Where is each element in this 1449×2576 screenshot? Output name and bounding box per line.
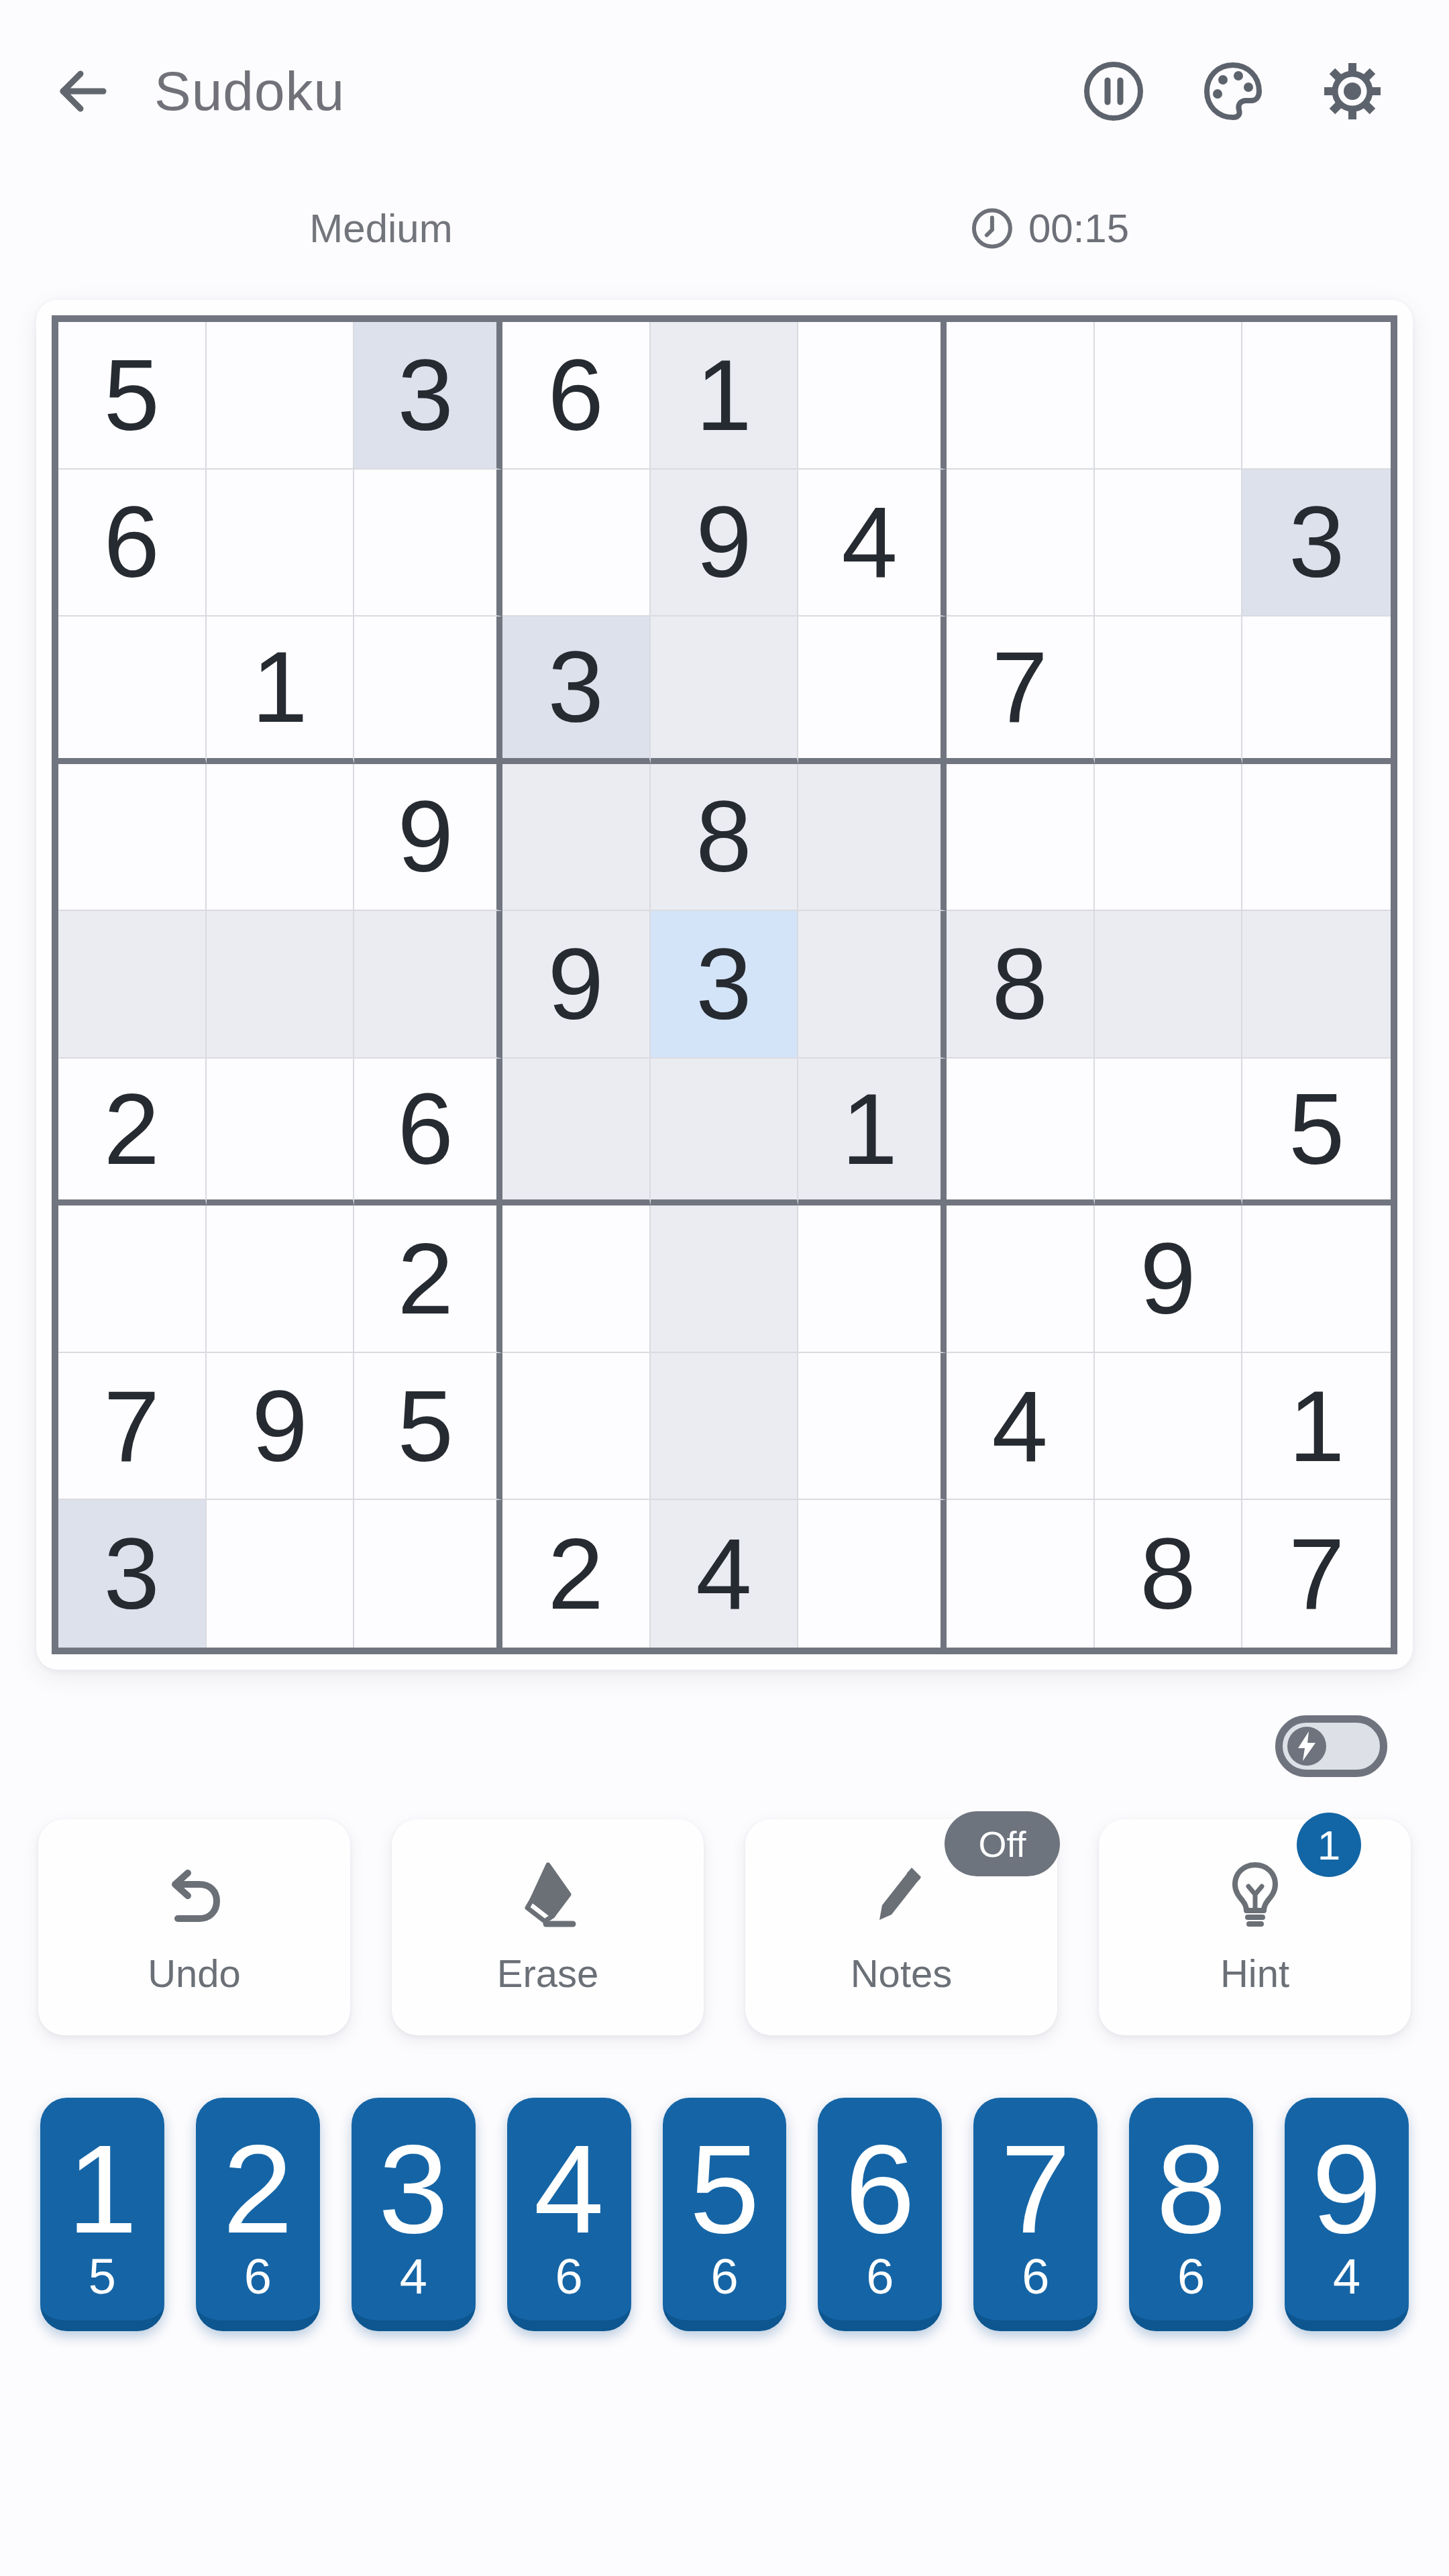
cell-r8c5[interactable]: [651, 1353, 799, 1501]
pencil-icon: [865, 1860, 938, 1933]
cell-r6c8[interactable]: [1095, 1059, 1243, 1206]
gear-icon: [1320, 59, 1385, 123]
cell-r1c5[interactable]: 1: [651, 322, 799, 470]
numpad-key-1[interactable]: 15: [40, 2098, 164, 2331]
difficulty-label: Medium: [309, 205, 452, 252]
numpad-remaining-count: 6: [1022, 2252, 1049, 2302]
lightning-icon: [1295, 1731, 1318, 1761]
cell-r4c1[interactable]: [58, 764, 207, 912]
cell-r7c3[interactable]: 2: [354, 1205, 502, 1353]
clock-icon: [971, 207, 1014, 250]
cell-r3c3[interactable]: [354, 616, 502, 764]
cell-r5c8[interactable]: [1095, 911, 1243, 1059]
cell-r1c8[interactable]: [1095, 322, 1243, 470]
cell-r2c3[interactable]: [354, 470, 502, 617]
cell-r9c3[interactable]: [354, 1500, 502, 1648]
numpad-digit: 9: [1311, 2126, 1382, 2252]
numpad-digit: 2: [223, 2126, 293, 2252]
cell-r8c1[interactable]: 7: [58, 1353, 207, 1501]
numpad-digit: 5: [690, 2126, 760, 2252]
cell-r3c4[interactable]: 3: [502, 616, 651, 764]
cell-r6c1[interactable]: 2: [58, 1059, 207, 1206]
timer-value: 00:15: [1028, 205, 1129, 252]
cell-r4c3[interactable]: 9: [354, 764, 502, 912]
cell-r5c4[interactable]: 9: [502, 911, 651, 1059]
back-arrow-icon: [52, 61, 113, 121]
hint-label: Hint: [1220, 1951, 1289, 1996]
numpad-remaining-count: 6: [1177, 2252, 1205, 2302]
cell-r1c1[interactable]: 5: [58, 322, 207, 470]
back-button[interactable]: [52, 61, 113, 121]
header: Sudoku: [0, 0, 1449, 127]
erase-label: Erase: [497, 1951, 599, 1996]
cell-r9c2[interactable]: [207, 1500, 355, 1648]
cell-r1c6[interactable]: [798, 322, 947, 470]
numpad-remaining-count: 4: [400, 2252, 427, 2302]
sudoku-grid: 53616943137989382615297954132487: [52, 315, 1397, 1654]
numpad: 152634465666768694: [40, 2098, 1409, 2331]
cell-r8c2[interactable]: 9: [207, 1353, 355, 1501]
cell-r1c7[interactable]: [947, 322, 1095, 470]
cell-r9c9[interactable]: 7: [1242, 1500, 1391, 1648]
numpad-digit: 6: [845, 2126, 916, 2252]
cell-r9c5[interactable]: 4: [651, 1500, 799, 1648]
numpad-key-5[interactable]: 56: [663, 2098, 787, 2331]
numpad-key-3[interactable]: 34: [352, 2098, 476, 2331]
cell-r1c4[interactable]: 6: [502, 322, 651, 470]
cell-r8c6[interactable]: [798, 1353, 947, 1501]
cell-r3c9[interactable]: [1242, 616, 1391, 764]
cell-r2c6[interactable]: 4: [798, 470, 947, 617]
cell-r8c9[interactable]: 1: [1242, 1353, 1391, 1501]
cell-r8c8[interactable]: [1095, 1353, 1243, 1501]
notes-button[interactable]: Off Notes: [745, 1819, 1057, 2035]
status-row: Medium 00:15: [0, 188, 1449, 268]
cell-r5c7[interactable]: 8: [947, 911, 1095, 1059]
cell-r1c3[interactable]: 3: [354, 322, 502, 470]
cell-r5c1[interactable]: [58, 911, 207, 1059]
cell-r7c1[interactable]: [58, 1205, 207, 1353]
cell-r4c5[interactable]: 8: [651, 764, 799, 912]
cell-r3c2[interactable]: 1: [207, 616, 355, 764]
cell-r1c2[interactable]: [207, 322, 355, 470]
numpad-key-6[interactable]: 66: [818, 2098, 942, 2331]
cell-r4c6[interactable]: [798, 764, 947, 912]
cell-r2c2[interactable]: [207, 470, 355, 617]
cell-r6c9[interactable]: 5: [1242, 1059, 1391, 1206]
cell-r6c6[interactable]: 1: [798, 1059, 947, 1206]
cell-r4c4[interactable]: [502, 764, 651, 912]
cell-r9c7[interactable]: [947, 1500, 1095, 1648]
numpad-key-9[interactable]: 94: [1285, 2098, 1409, 2331]
cell-r3c7[interactable]: 7: [947, 616, 1095, 764]
toggle-knob: [1287, 1727, 1326, 1766]
cell-r5c6[interactable]: [798, 911, 947, 1059]
numpad-digit: 7: [1001, 2126, 1071, 2252]
erase-button[interactable]: Erase: [392, 1819, 704, 2035]
cell-r4c2[interactable]: [207, 764, 355, 912]
cell-r4c9[interactable]: [1242, 764, 1391, 912]
undo-icon: [158, 1860, 231, 1933]
cell-r2c1[interactable]: 6: [58, 470, 207, 617]
cell-r3c8[interactable]: [1095, 616, 1243, 764]
cell-r8c4[interactable]: [502, 1353, 651, 1501]
cell-r3c6[interactable]: [798, 616, 947, 764]
notes-off-badge: Off: [945, 1811, 1060, 1876]
undo-button[interactable]: Undo: [38, 1819, 350, 2035]
theme-button[interactable]: [1201, 59, 1265, 123]
cell-r7c7[interactable]: [947, 1205, 1095, 1353]
numpad-digit: 8: [1156, 2126, 1226, 2252]
page-title: Sudoku: [154, 60, 345, 123]
hint-count-badge: 1: [1297, 1813, 1361, 1877]
cell-r8c3[interactable]: 5: [354, 1353, 502, 1501]
numpad-key-2[interactable]: 26: [196, 2098, 320, 2331]
numpad-key-8[interactable]: 86: [1129, 2098, 1253, 2331]
cell-r7c6[interactable]: [798, 1205, 947, 1353]
numpad-digit: 4: [534, 2126, 604, 2252]
cell-r9c6[interactable]: [798, 1500, 947, 1648]
cell-r6c5[interactable]: [651, 1059, 799, 1206]
cell-r6c4[interactable]: [502, 1059, 651, 1206]
cell-r7c9[interactable]: [1242, 1205, 1391, 1353]
numpad-remaining-count: 6: [710, 2252, 738, 2302]
sudoku-app: Sudoku: [0, 0, 1449, 2576]
numpad-key-7[interactable]: 76: [973, 2098, 1097, 2331]
lightbulb-icon: [1218, 1860, 1292, 1933]
cell-r5c5[interactable]: 3: [651, 911, 799, 1059]
fast-input-toggle[interactable]: [1275, 1715, 1387, 1777]
numpad-digit: 3: [378, 2126, 449, 2252]
cell-r2c8[interactable]: [1095, 470, 1243, 617]
eraser-icon: [511, 1860, 585, 1933]
cell-r2c5[interactable]: 9: [651, 470, 799, 617]
cell-r3c5[interactable]: [651, 616, 799, 764]
cell-r7c8[interactable]: 9: [1095, 1205, 1243, 1353]
cell-r2c9[interactable]: 3: [1242, 470, 1391, 617]
pause-icon: [1081, 59, 1146, 123]
cell-r9c4[interactable]: 2: [502, 1500, 651, 1648]
cell-r9c1[interactable]: 3: [58, 1500, 207, 1648]
cell-r4c7[interactable]: [947, 764, 1095, 912]
cell-r7c2[interactable]: [207, 1205, 355, 1353]
numpad-remaining-count: 6: [555, 2252, 583, 2302]
settings-button[interactable]: [1320, 59, 1385, 123]
numpad-remaining-count: 4: [1333, 2252, 1360, 2302]
pause-button[interactable]: [1081, 59, 1146, 123]
numpad-remaining-count: 5: [89, 2252, 116, 2302]
cell-r4c8[interactable]: [1095, 764, 1243, 912]
numpad-digit: 1: [67, 2126, 138, 2252]
cell-r2c4[interactable]: [502, 470, 651, 617]
cell-r2c7[interactable]: [947, 470, 1095, 617]
cell-r9c8[interactable]: 8: [1095, 1500, 1243, 1648]
timer: 00:15: [971, 205, 1129, 252]
toolbar: Undo Erase Off Notes: [38, 1819, 1411, 2035]
cell-r6c2[interactable]: [207, 1059, 355, 1206]
hint-button[interactable]: 1 Hint: [1099, 1819, 1411, 2035]
notes-label: Notes: [851, 1951, 953, 1996]
cell-r5c9[interactable]: [1242, 911, 1391, 1059]
cell-r7c4[interactable]: [502, 1205, 651, 1353]
cell-r7c5[interactable]: [651, 1205, 799, 1353]
cell-r3c1[interactable]: [58, 616, 207, 764]
undo-label: Undo: [148, 1951, 241, 1996]
cell-r5c2[interactable]: [207, 911, 355, 1059]
cell-r8c7[interactable]: 4: [947, 1353, 1095, 1501]
numpad-remaining-count: 6: [866, 2252, 894, 2302]
palette-icon: [1201, 59, 1265, 123]
cell-r6c7[interactable]: [947, 1059, 1095, 1206]
numpad-key-4[interactable]: 46: [507, 2098, 631, 2331]
numpad-remaining-count: 6: [244, 2252, 272, 2302]
cell-r6c3[interactable]: 6: [354, 1059, 502, 1206]
cell-r1c9[interactable]: [1242, 322, 1391, 470]
cell-r5c3[interactable]: [354, 911, 502, 1059]
board-card: 53616943137989382615297954132487: [36, 300, 1413, 1670]
